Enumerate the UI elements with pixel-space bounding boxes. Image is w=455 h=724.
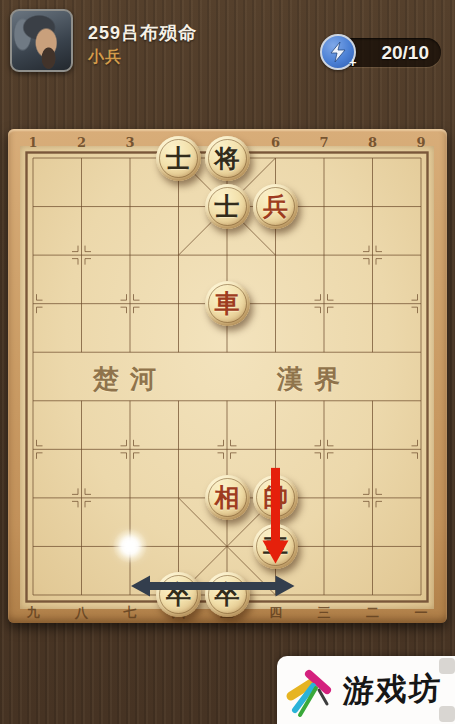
piece-black-車[interactable]: 車: [253, 524, 298, 569]
plus-icon: +: [349, 55, 357, 70]
watermark-text: 游戏坊: [342, 667, 443, 712]
river-label-chu: 楚河: [88, 362, 172, 397]
rank-label: 小兵: [88, 47, 122, 68]
energy-count: 20/10: [381, 42, 429, 64]
level-title: 259吕布殒命: [88, 21, 197, 45]
energy-counter[interactable]: + 20/10: [337, 38, 441, 67]
piece-glyph: 車: [215, 291, 240, 316]
piece-red-車[interactable]: 車: [205, 281, 250, 326]
piece-glyph: 卒: [215, 582, 240, 607]
piece-black-士[interactable]: 士: [156, 136, 201, 181]
piece-glyph: 相: [215, 485, 240, 510]
header: 259吕布殒命 小兵 + 20/10: [0, 0, 455, 129]
watermark-corner: [439, 706, 455, 722]
game-screen: 259吕布殒命 小兵 + 20/10 楚河 漢界 游戏坊 123456789九八…: [0, 0, 455, 724]
player-avatar[interactable]: [10, 9, 73, 72]
piece-glyph: 帥: [263, 485, 288, 510]
piece-glyph: 士: [166, 146, 191, 171]
river-label-han: 漢界: [272, 362, 356, 397]
watermark-logo-icon: [283, 660, 341, 720]
piece-glyph: 士: [215, 194, 240, 219]
piece-red-相[interactable]: 相: [205, 475, 250, 520]
piece-black-卒[interactable]: 卒: [205, 572, 250, 617]
piece-glyph: 将: [215, 146, 240, 171]
piece-red-兵[interactable]: 兵: [253, 184, 298, 229]
piece-glyph: 兵: [263, 194, 288, 219]
piece-glyph: 卒: [166, 582, 191, 607]
watermark: 游戏坊: [277, 656, 455, 724]
last-move-origin-dot: [113, 529, 147, 563]
piece-glyph: 車: [263, 534, 288, 559]
piece-black-士[interactable]: 士: [205, 184, 250, 229]
piece-black-将[interactable]: 将: [205, 136, 250, 181]
